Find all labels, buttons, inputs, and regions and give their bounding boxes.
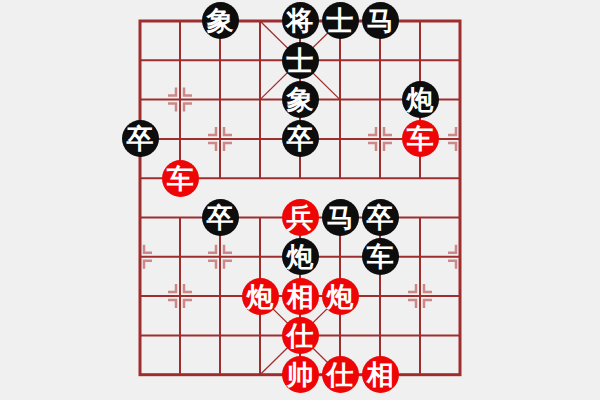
piece-black-elephant[interactable]: 象: [202, 2, 239, 39]
piece-black-cannon[interactable]: 炮: [402, 81, 439, 118]
xiangqi-board[interactable]: 象将士马士象炮卒卒车车卒兵马卒炮车炮相炮仕帅仕相: [120, 1, 480, 394]
piece-red-advisor[interactable]: 仕: [322, 356, 359, 393]
piece-black-advisor[interactable]: 士: [322, 2, 359, 39]
piece-black-horse[interactable]: 马: [322, 199, 359, 236]
xiangqi-app: 象将士马士象炮卒卒车车卒兵马卒炮车炮相炮仕帅仕相: [0, 0, 600, 400]
piece-black-advisor[interactable]: 士: [282, 42, 319, 79]
piece-red-cannon[interactable]: 炮: [322, 278, 359, 315]
piece-black-elephant[interactable]: 象: [282, 81, 319, 118]
piece-black-horse[interactable]: 马: [362, 2, 399, 39]
piece-red-cannon[interactable]: 炮: [242, 278, 279, 315]
piece-black-pawn[interactable]: 卒: [122, 120, 159, 157]
piece-black-pawn[interactable]: 卒: [282, 120, 319, 157]
piece-black-pawn[interactable]: 卒: [362, 199, 399, 236]
piece-red-advisor[interactable]: 仕: [282, 317, 319, 354]
piece-black-chariot[interactable]: 车: [362, 238, 399, 275]
piece-red-pawn[interactable]: 兵: [282, 199, 319, 236]
piece-black-cannon[interactable]: 炮: [282, 238, 319, 275]
piece-red-elephant[interactable]: 相: [362, 356, 399, 393]
piece-red-elephant[interactable]: 相: [282, 278, 319, 315]
piece-black-general[interactable]: 将: [282, 2, 319, 39]
piece-red-general[interactable]: 帅: [282, 356, 319, 393]
piece-red-chariot[interactable]: 车: [402, 120, 439, 157]
piece-black-pawn[interactable]: 卒: [202, 199, 239, 236]
piece-red-chariot[interactable]: 车: [162, 160, 199, 197]
